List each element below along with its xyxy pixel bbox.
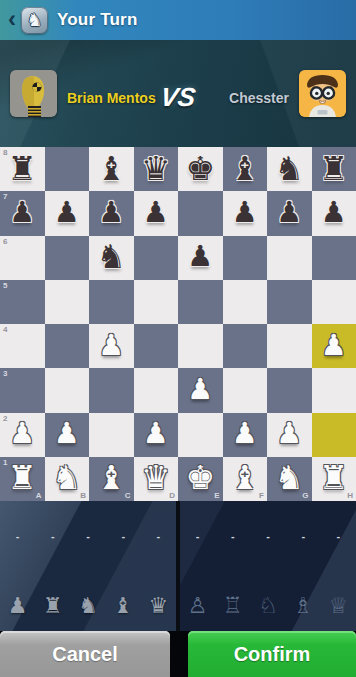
right-captured-rook-icon: ♖: [215, 595, 250, 617]
square-d4[interactable]: [134, 324, 179, 368]
square-f5[interactable]: [223, 280, 268, 324]
black-pawn-g7: ♟: [276, 198, 302, 229]
square-d6[interactable]: [134, 236, 179, 280]
rank-label-5: 5: [3, 281, 7, 290]
square-f4[interactable]: [223, 324, 268, 368]
square-f8[interactable]: ♝: [223, 147, 268, 191]
black-queen-d8: ♛: [141, 152, 171, 187]
knight-app-icon: ♞: [21, 7, 48, 34]
square-b4[interactable]: [45, 324, 90, 368]
white-pawn-d2: ♟: [143, 419, 169, 450]
square-h1[interactable]: H♜: [312, 457, 356, 501]
rank-label-3: 3: [3, 369, 7, 378]
square-c5[interactable]: [89, 280, 134, 324]
captured-count-right-rook: -: [215, 531, 250, 542]
captured-count-left-knight: -: [70, 531, 105, 542]
square-f2[interactable]: ♟: [223, 413, 268, 457]
white-pawn-h4: ♟: [321, 331, 347, 362]
white-rook-a1: ♜: [7, 461, 37, 496]
file-label-f: F: [259, 491, 264, 500]
square-c8[interactable]: ♝: [89, 147, 134, 191]
square-b6[interactable]: [45, 236, 90, 280]
white-queen-d1: ♛: [141, 461, 171, 496]
file-label-a: A: [36, 491, 42, 500]
black-bishop-f8: ♝: [230, 152, 260, 187]
left-captured-bishop-icon: ♝: [106, 595, 141, 617]
black-bishop-c8: ♝: [96, 152, 126, 187]
right-captured-pawn-icon: ♙: [180, 595, 215, 617]
square-h4[interactable]: ♟: [312, 324, 356, 368]
square-b2[interactable]: ♟: [45, 413, 90, 457]
black-rook-a8: ♜: [7, 152, 37, 187]
file-label-c: C: [125, 491, 131, 500]
square-b3[interactable]: [45, 368, 90, 412]
square-f6[interactable]: [223, 236, 268, 280]
white-player-avatar: [10, 70, 57, 117]
square-b7[interactable]: ♟: [45, 191, 90, 235]
left-captured-rook-icon: ♜: [35, 595, 70, 617]
square-b8[interactable]: [45, 147, 90, 191]
square-a1[interactable]: 1A♜: [0, 457, 45, 501]
black-pawn-e6: ♟: [187, 242, 213, 273]
captured-count-right-pawn: -: [180, 531, 215, 542]
white-bishop-f1: ♝: [230, 461, 260, 496]
white-pawn-e3: ♟: [187, 375, 213, 406]
captured-counts-right: -----: [180, 531, 356, 542]
captured-count-right-queen: -: [321, 531, 356, 542]
top-bar: ‹ ♞ Your Turn: [0, 0, 356, 40]
black-pawn-h7: ♟: [321, 198, 347, 229]
square-h5[interactable]: [312, 280, 356, 324]
square-b1[interactable]: B♞: [45, 457, 90, 501]
square-f3[interactable]: [223, 368, 268, 412]
black-pawn-b7: ♟: [54, 198, 80, 229]
white-pawn-a2: ♟: [9, 419, 35, 450]
square-d3[interactable]: [134, 368, 179, 412]
square-g7[interactable]: ♟: [267, 191, 312, 235]
square-c2[interactable]: [89, 413, 134, 457]
white-pawn-f2: ♟: [232, 419, 258, 450]
file-label-d: D: [169, 491, 175, 500]
captured-icons-left: ♟♜♞♝♛: [0, 595, 176, 617]
square-g1[interactable]: G♞: [267, 457, 312, 501]
square-e8[interactable]: ♚: [178, 147, 223, 191]
back-button[interactable]: ‹: [8, 7, 16, 31]
black-pawn-d7: ♟: [143, 198, 169, 229]
white-rook-h1: ♜: [319, 461, 349, 496]
black-player-avatar: [299, 70, 346, 117]
rank-label-7: 7: [3, 192, 7, 201]
file-label-b: B: [80, 491, 86, 500]
black-rook-h8: ♜: [319, 152, 349, 187]
square-a6[interactable]: 6: [0, 236, 45, 280]
square-e4[interactable]: [178, 324, 223, 368]
left-captured-queen-icon: ♛: [141, 595, 176, 617]
white-pawn-b2: ♟: [54, 419, 80, 450]
square-c7[interactable]: ♟: [89, 191, 134, 235]
square-c4[interactable]: ♟: [89, 324, 134, 368]
square-g2[interactable]: ♟: [267, 413, 312, 457]
right-captured-knight-icon: ♘: [250, 595, 285, 617]
square-h7[interactable]: ♟: [312, 191, 356, 235]
square-a4[interactable]: 4: [0, 324, 45, 368]
square-e7[interactable]: [178, 191, 223, 235]
captured-count-right-bishop: -: [286, 531, 321, 542]
chess-app: ‹ ♞ Your Turn Brian Mentos VS Chesster: [0, 0, 356, 677]
black-knight-c6: ♞: [96, 240, 126, 275]
captured-tray-right: -----♙♖♘♗♕: [180, 501, 356, 631]
square-d8[interactable]: ♛: [134, 147, 179, 191]
square-d5[interactable]: [134, 280, 179, 324]
square-g6[interactable]: [267, 236, 312, 280]
rank-label-1: 1: [3, 458, 7, 467]
captured-icons-right: ♙♖♘♗♕: [180, 595, 356, 617]
file-label-g: G: [302, 491, 308, 500]
square-g4[interactable]: [267, 324, 312, 368]
square-e1[interactable]: E♚: [178, 457, 223, 501]
square-c6[interactable]: ♞: [89, 236, 134, 280]
square-a7[interactable]: 7♟: [0, 191, 45, 235]
square-e3[interactable]: ♟: [178, 368, 223, 412]
rank-label-6: 6: [3, 237, 7, 246]
captured-count-left-queen: -: [141, 531, 176, 542]
square-g8[interactable]: ♞: [267, 147, 312, 191]
cancel-button[interactable]: Cancel: [0, 631, 170, 677]
black-player-name: Chesster: [229, 90, 289, 106]
page-title: Your Turn: [57, 10, 138, 30]
captured-count-left-pawn: -: [0, 531, 35, 542]
black-pawn-f7: ♟: [232, 198, 258, 229]
black-king-e8: ♚: [185, 152, 215, 187]
square-e2[interactable]: [178, 413, 223, 457]
rank-label-4: 4: [3, 325, 7, 334]
nerd-bot-avatar-image: [299, 70, 346, 117]
chess-board: 8♜♝♛♚♝♞♜7♟♟♟♟♟♟♟6♞♟54♟♟3♟2♟♟♟♟♟1A♜B♞C♝D♛…: [0, 147, 356, 501]
square-f7[interactable]: ♟: [223, 191, 268, 235]
square-g3[interactable]: [267, 368, 312, 412]
square-a8[interactable]: 8♜: [0, 147, 45, 191]
captured-count-right-knight: -: [250, 531, 285, 542]
confirm-button[interactable]: Confirm: [188, 631, 356, 677]
square-c3[interactable]: [89, 368, 134, 412]
square-h2[interactable]: [312, 413, 356, 457]
square-a3[interactable]: 3: [0, 368, 45, 412]
square-b5[interactable]: [45, 280, 90, 324]
captured-count-left-bishop: -: [106, 531, 141, 542]
captured-tray-left: -----♟♜♞♝♛: [0, 501, 176, 631]
rank-label-8: 8: [3, 148, 7, 157]
white-pawn-g2: ♟: [276, 419, 302, 450]
square-d2[interactable]: ♟: [134, 413, 179, 457]
crash-dummy-avatar-image: [10, 70, 57, 117]
file-label-e: E: [214, 491, 219, 500]
vs-label: VS: [158, 82, 197, 113]
square-a5[interactable]: 5: [0, 280, 45, 324]
knight-icon: ♞: [26, 11, 42, 29]
white-player-name: Brian Mentos: [67, 90, 156, 106]
players-bar: Brian Mentos VS Chesster: [0, 40, 356, 147]
square-h8[interactable]: ♜: [312, 147, 356, 191]
square-d1[interactable]: D♛: [134, 457, 179, 501]
captured-counts-left: -----: [0, 531, 176, 542]
square-e5[interactable]: [178, 280, 223, 324]
square-h6[interactable]: [312, 236, 356, 280]
white-king-e1: ♚: [185, 461, 215, 496]
right-captured-bishop-icon: ♗: [286, 595, 321, 617]
captured-count-left-rook: -: [35, 531, 70, 542]
white-knight-b1: ♞: [52, 461, 82, 496]
square-a2[interactable]: 2♟: [0, 413, 45, 457]
file-label-h: H: [347, 491, 353, 500]
black-pawn-a7: ♟: [9, 198, 35, 229]
rank-label-2: 2: [3, 414, 7, 423]
black-knight-g8: ♞: [274, 152, 304, 187]
white-knight-g1: ♞: [274, 461, 304, 496]
square-c1[interactable]: C♝: [89, 457, 134, 501]
square-e6[interactable]: ♟: [178, 236, 223, 280]
captured-trays: -----♟♜♞♝♛ -----♙♖♘♗♕: [0, 501, 356, 631]
white-pawn-c4: ♟: [98, 331, 124, 362]
left-captured-knight-icon: ♞: [70, 595, 105, 617]
square-f1[interactable]: F♝: [223, 457, 268, 501]
left-captured-pawn-icon: ♟: [0, 595, 35, 617]
square-h3[interactable]: [312, 368, 356, 412]
white-bishop-c1: ♝: [96, 461, 126, 496]
square-g5[interactable]: [267, 280, 312, 324]
black-pawn-c7: ♟: [98, 198, 124, 229]
right-captured-queen-icon: ♕: [321, 595, 356, 617]
action-bar: Cancel Confirm: [0, 631, 356, 677]
square-d7[interactable]: ♟: [134, 191, 179, 235]
